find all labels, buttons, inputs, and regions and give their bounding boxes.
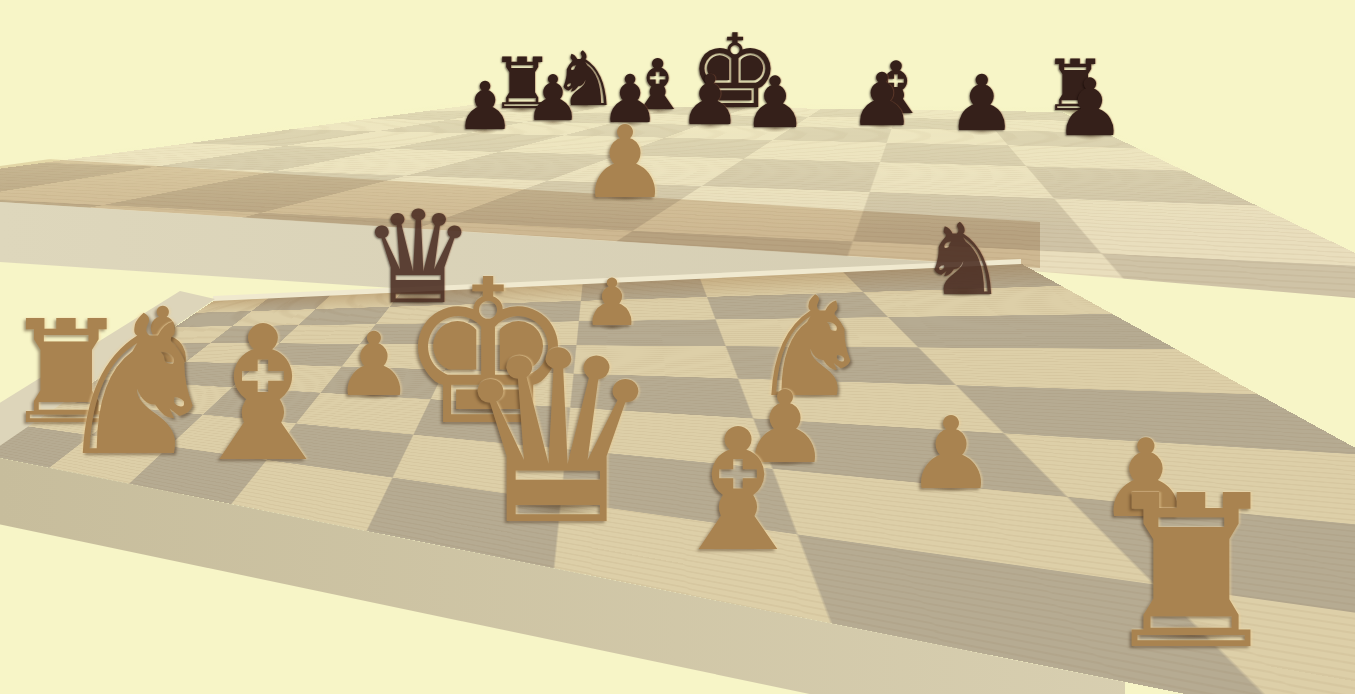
square-h6[interactable] bbox=[888, 314, 1176, 349]
pawn-glyph: ♟ bbox=[455, 74, 514, 140]
bishop-glyph: ♝ bbox=[180, 302, 347, 488]
queen-glyph: ♛ bbox=[451, 320, 664, 558]
chess-3d-scene: ♜♞♝♚♝♜♟♟♟♟♟♟♟♟♟♜♞♟♝♟♛♚♛♟♝♟♞♟♞♟♜ bbox=[0, 0, 1355, 694]
pawn-glyph: ♟ bbox=[743, 67, 807, 138]
pawn-glyph: ♟ bbox=[1055, 69, 1126, 148]
pawn-glyph: ♟ bbox=[906, 404, 996, 504]
pawn-glyph: ♟ bbox=[947, 65, 1016, 142]
pawn-glyph: ♟ bbox=[525, 67, 581, 130]
knight-glyph: ♞ bbox=[919, 210, 1008, 309]
bishop-glyph: ♝ bbox=[663, 407, 814, 575]
rook-glyph: ♜ bbox=[1096, 468, 1285, 679]
pawn-glyph: ♟ bbox=[580, 113, 670, 213]
pawn-glyph: ♟ bbox=[849, 63, 914, 136]
pawn-glyph: ♟ bbox=[679, 66, 741, 135]
